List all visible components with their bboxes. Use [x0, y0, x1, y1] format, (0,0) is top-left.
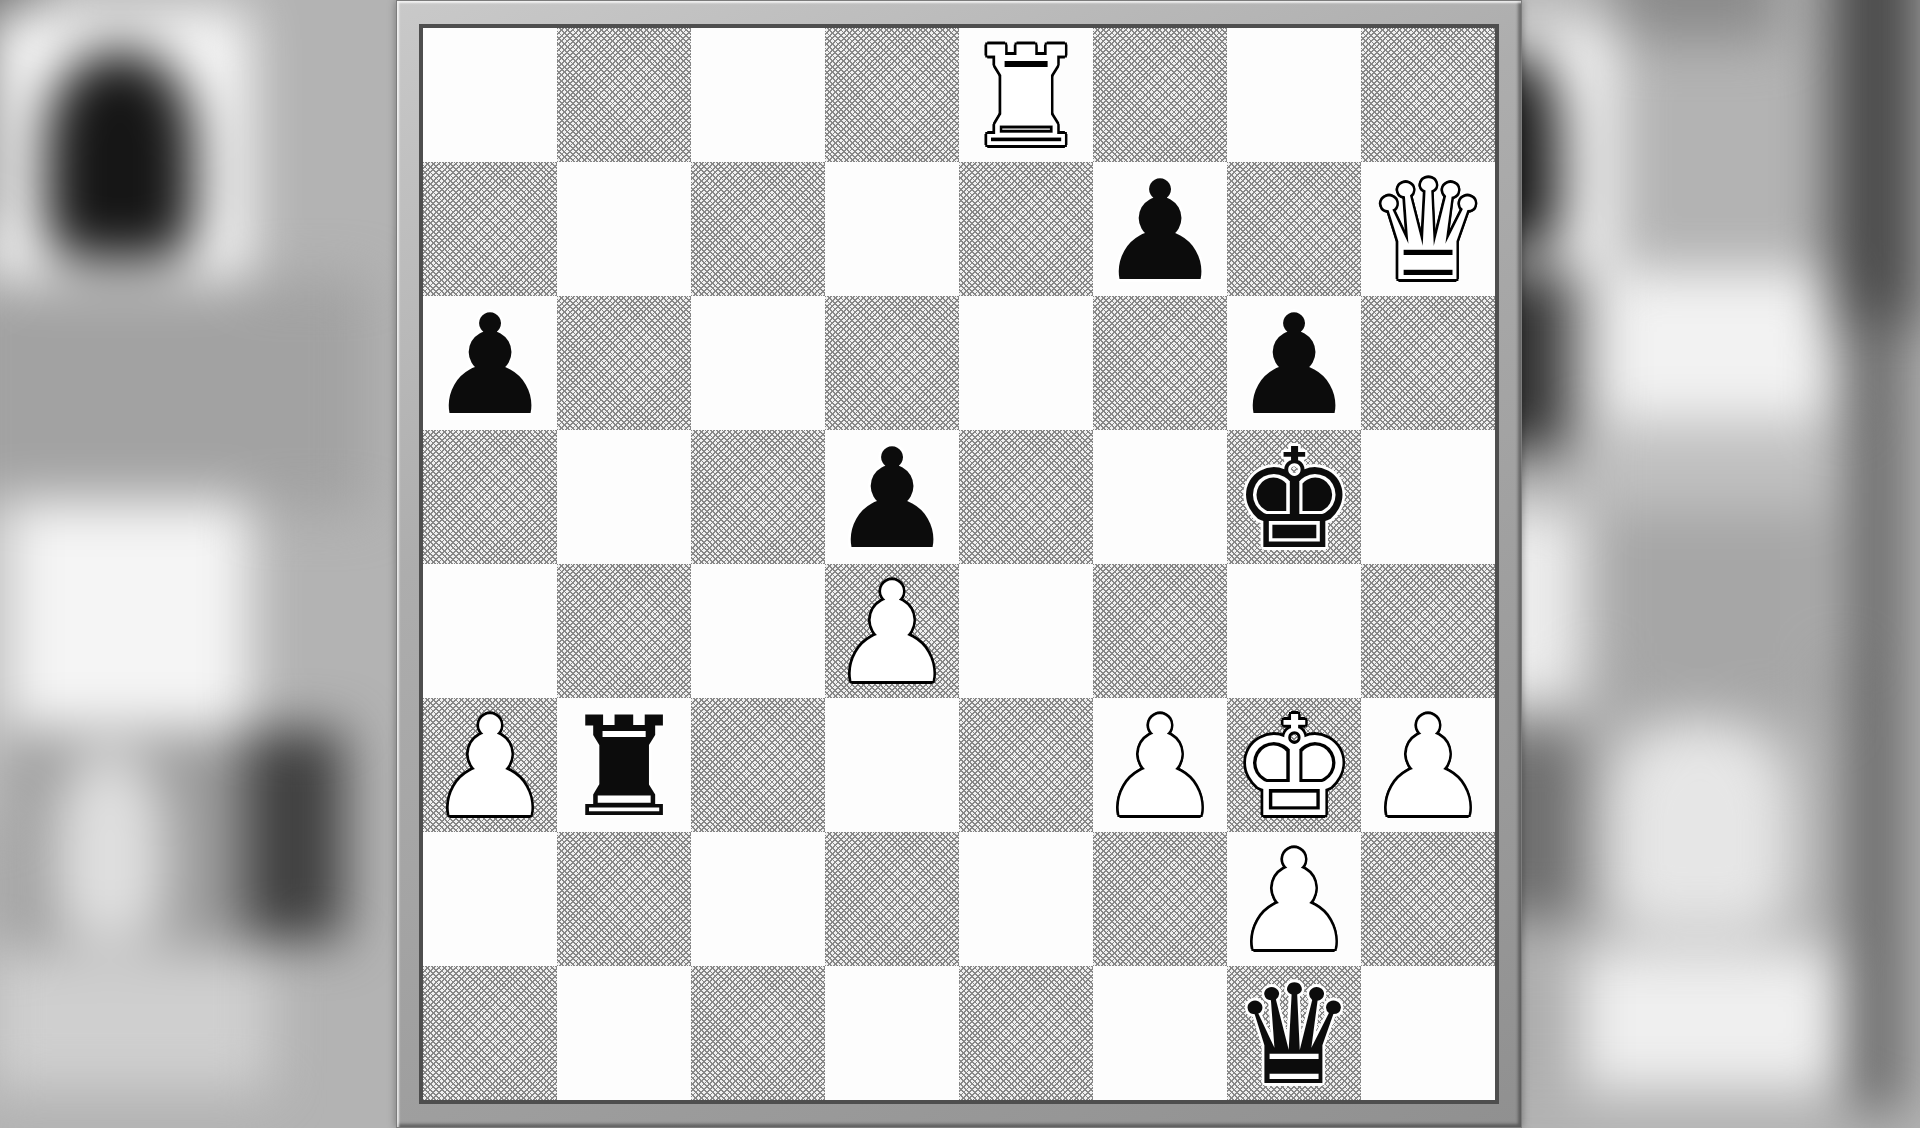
square-b8: [557, 28, 691, 162]
square-f6: [1093, 296, 1227, 430]
backdrop-white-pawn-left: [55, 750, 165, 940]
white-pawn-d4: ♟: [825, 567, 959, 701]
square-g2: ♟: [1227, 832, 1361, 966]
chessboard: ♜♟♛♟♟♟♚♟♟♜♟♚♟♟♛: [419, 24, 1499, 1104]
square-c1: [691, 966, 825, 1100]
square-d2: [825, 832, 959, 966]
black-rook-b3: ♜: [557, 701, 691, 835]
square-f5: [1093, 430, 1227, 564]
square-g1: ♛: [1227, 966, 1361, 1100]
square-h4: [1361, 564, 1495, 698]
square-b7: [557, 162, 691, 296]
square-e6: [959, 296, 1093, 430]
backdrop-rook-ghost-top-right: [1610, 0, 1780, 40]
white-queen-h7: ♛: [1361, 165, 1495, 299]
square-e2: [959, 832, 1093, 966]
square-e1: [959, 966, 1093, 1100]
square-f4: [1093, 564, 1227, 698]
square-e7: [959, 162, 1093, 296]
square-h8: [1361, 28, 1495, 162]
square-c4: [691, 564, 825, 698]
square-e5: [959, 430, 1093, 564]
square-g3: ♚: [1227, 698, 1361, 832]
square-f2: [1093, 832, 1227, 966]
square-h7: ♛: [1361, 162, 1495, 296]
chessboard-frame: ♜♟♛♟♟♟♚♟♟♜♟♚♟♟♛: [396, 0, 1522, 1128]
square-f1: [1093, 966, 1227, 1100]
backdrop-white-piece-ghost-right: [1610, 720, 1790, 930]
backdrop-dark-edge-top-right: [1830, 0, 1920, 330]
square-d8: [825, 28, 959, 162]
square-c3: [691, 698, 825, 832]
screenshot-root: ♜♟♛♟♟♟♚♟♟♜♟♚♟♟♛: [0, 0, 1920, 1128]
black-king-g5: ♚: [1227, 433, 1361, 567]
square-b2: [557, 832, 691, 966]
square-g6: ♟: [1227, 296, 1361, 430]
square-h1: [1361, 966, 1495, 1100]
square-e3: [959, 698, 1093, 832]
square-h3: ♟: [1361, 698, 1495, 832]
square-a4: [423, 564, 557, 698]
white-pawn-g2: ♟: [1227, 835, 1361, 969]
square-d5: ♟: [825, 430, 959, 564]
square-b4: [557, 564, 691, 698]
square-h2: [1361, 832, 1495, 966]
square-d6: [825, 296, 959, 430]
square-a5: [423, 430, 557, 564]
backdrop-dark-edge-right: [1850, 300, 1900, 1110]
square-f3: ♟: [1093, 698, 1227, 832]
square-c8: [691, 28, 825, 162]
square-d3: [825, 698, 959, 832]
square-a3: ♟: [423, 698, 557, 832]
black-pawn-d5: ♟: [825, 433, 959, 567]
square-h6: [1361, 296, 1495, 430]
square-d7: [825, 162, 959, 296]
square-d1: [825, 966, 959, 1100]
backdrop-gray-band-left: [0, 280, 370, 510]
backdrop-gray-square-right: [1600, 510, 1830, 720]
square-a6: ♟: [423, 296, 557, 430]
square-f7: ♟: [1093, 162, 1227, 296]
backdrop-light-edge-left: [0, 510, 10, 820]
square-a1: [423, 966, 557, 1100]
square-f8: [1093, 28, 1227, 162]
square-c2: [691, 832, 825, 966]
square-h5: [1361, 430, 1495, 564]
white-king-g3: ♚: [1227, 701, 1361, 835]
square-b1: [557, 966, 691, 1100]
square-g4: [1227, 564, 1361, 698]
square-e4: [959, 564, 1093, 698]
white-pawn-f3: ♟: [1093, 701, 1227, 835]
square-g8: [1227, 28, 1361, 162]
black-pawn-f7: ♟: [1093, 165, 1227, 299]
square-d4: ♟: [825, 564, 959, 698]
square-b6: [557, 296, 691, 430]
square-b3: ♜: [557, 698, 691, 832]
square-g5: ♚: [1227, 430, 1361, 564]
white-pawn-h3: ♟: [1361, 701, 1495, 835]
square-b5: [557, 430, 691, 564]
square-a7: [423, 162, 557, 296]
square-e8: ♜: [959, 28, 1093, 162]
square-c6: [691, 296, 825, 430]
backdrop-black-pawn-left: [45, 50, 195, 260]
backdrop-light-bottom-left: [0, 950, 270, 1090]
square-a2: [423, 832, 557, 966]
backdrop-light-bottom-right: [1580, 950, 1840, 1090]
square-c7: [691, 162, 825, 296]
square-a8: [423, 28, 557, 162]
black-queen-g1: ♛: [1227, 969, 1361, 1103]
backdrop-light-square-right-mid: [1600, 270, 1830, 440]
backdrop-light-square-left-mid: [0, 500, 250, 730]
square-g7: [1227, 162, 1361, 296]
black-pawn-a6: ♟: [423, 299, 557, 433]
white-pawn-a3: ♟: [423, 701, 557, 835]
white-rook-e8: ♜: [959, 31, 1093, 165]
square-c5: [691, 430, 825, 564]
backdrop-dark-blob-left-low: [245, 730, 345, 940]
black-pawn-g6: ♟: [1227, 299, 1361, 433]
